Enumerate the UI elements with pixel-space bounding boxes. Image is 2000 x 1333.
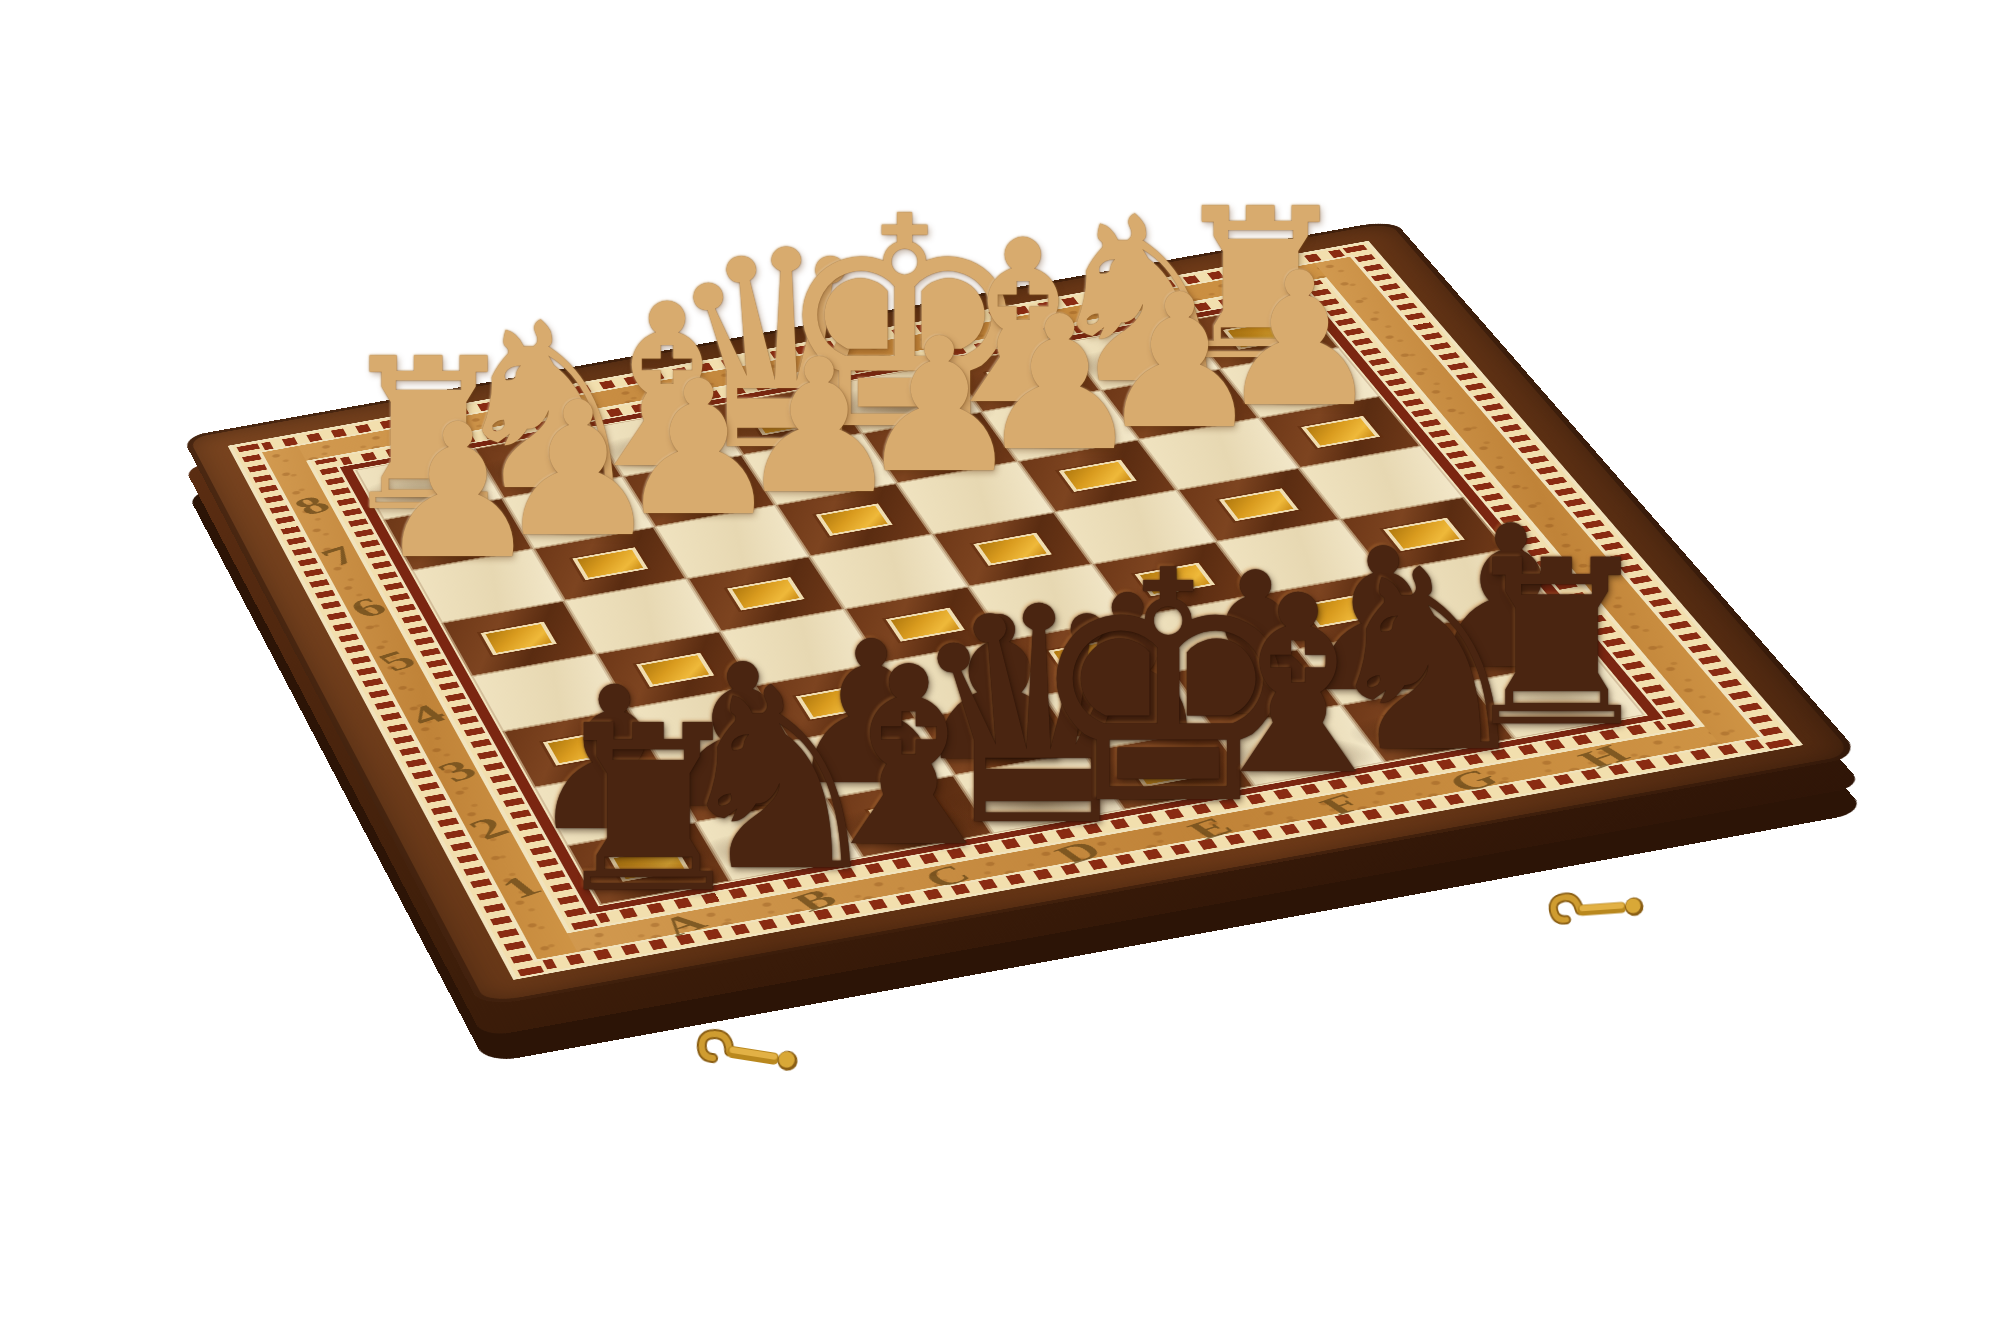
brass-latch-front[interactable] bbox=[691, 1020, 810, 1091]
brass-latch-right[interactable] bbox=[1546, 880, 1653, 937]
dark-rook-h1[interactable]: ♜ bbox=[1443, 531, 1671, 759]
light-pawn-h7[interactable]: ♟ bbox=[1207, 249, 1392, 434]
scene: 87654321 ABCDEFGH ♜♞♝♛♚♝♞♜♟♟♟♟♟♟♟♟♟♟♟♟♟♟… bbox=[0, 0, 2000, 1333]
